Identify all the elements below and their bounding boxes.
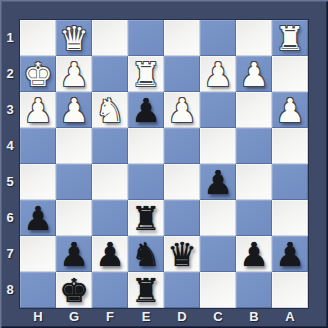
square-c2[interactable]: ♟ (200, 56, 236, 92)
square-b5[interactable] (236, 164, 272, 200)
square-c3[interactable] (200, 92, 236, 128)
square-b4[interactable] (236, 128, 272, 164)
square-b7[interactable]: ♟ (236, 236, 272, 272)
square-d7[interactable]: ♛ (164, 236, 200, 272)
square-d5[interactable] (164, 164, 200, 200)
square-c5[interactable]: ♟ (200, 164, 236, 200)
black-king-icon: ♚ (56, 272, 92, 308)
square-h6[interactable]: ♟ (20, 200, 56, 236)
square-b1[interactable] (236, 20, 272, 56)
square-f6[interactable] (92, 200, 128, 236)
square-f3[interactable]: ♞ (92, 92, 128, 128)
square-g2[interactable]: ♟ (56, 56, 92, 92)
white-pawn-icon: ♟ (200, 56, 236, 92)
square-e2[interactable]: ♜ (128, 56, 164, 92)
white-king-icon: ♚ (20, 56, 56, 92)
file-label-e: E (128, 307, 164, 328)
square-f2[interactable] (92, 56, 128, 92)
rank-label-8: 8 (0, 272, 20, 308)
square-a5[interactable] (272, 164, 308, 200)
square-h3[interactable]: ♟ (20, 92, 56, 128)
square-a1[interactable]: ♜ (272, 20, 308, 56)
square-h4[interactable] (20, 128, 56, 164)
square-e8[interactable]: ♜ (128, 272, 164, 308)
file-labels: HGFEDCBA (20, 307, 308, 328)
square-a7[interactable]: ♟ (272, 236, 308, 272)
square-h2[interactable]: ♚ (20, 56, 56, 92)
square-a3[interactable]: ♟ (272, 92, 308, 128)
square-b3[interactable] (236, 92, 272, 128)
rank-label-6: 6 (0, 200, 20, 236)
square-c1[interactable] (200, 20, 236, 56)
black-pawn-icon: ♟ (236, 236, 272, 272)
square-g5[interactable] (56, 164, 92, 200)
black-rook-icon: ♜ (128, 200, 164, 236)
white-pawn-icon: ♟ (236, 56, 272, 92)
black-pawn-icon: ♟ (272, 236, 308, 272)
white-pawn-icon: ♟ (56, 92, 92, 128)
file-label-b: B (236, 307, 272, 328)
square-g8[interactable]: ♚ (56, 272, 92, 308)
file-label-f: F (92, 307, 128, 328)
rank-labels: 12345678 (0, 20, 20, 308)
white-rook-icon: ♜ (272, 20, 308, 56)
square-f7[interactable]: ♟ (92, 236, 128, 272)
white-pawn-icon: ♟ (56, 56, 92, 92)
square-d6[interactable] (164, 200, 200, 236)
square-g3[interactable]: ♟ (56, 92, 92, 128)
square-c6[interactable] (200, 200, 236, 236)
black-pawn-icon: ♟ (56, 236, 92, 272)
square-h5[interactable] (20, 164, 56, 200)
white-pawn-icon: ♟ (272, 92, 308, 128)
chess-board-frame: 12345678 ♛♜♚♟♜♟♟♟♟♞♟♟♟♟♟♜♟♟♞♛♟♟♚♜ HGFEDC… (0, 0, 328, 328)
square-h7[interactable] (20, 236, 56, 272)
square-c7[interactable] (200, 236, 236, 272)
square-f5[interactable] (92, 164, 128, 200)
file-label-g: G (56, 307, 92, 328)
black-pawn-icon: ♟ (128, 92, 164, 128)
square-e1[interactable] (128, 20, 164, 56)
white-queen-icon: ♛ (56, 20, 92, 56)
rank-label-5: 5 (0, 164, 20, 200)
rank-label-1: 1 (0, 20, 20, 56)
square-g7[interactable]: ♟ (56, 236, 92, 272)
rank-label-2: 2 (0, 56, 20, 92)
square-a4[interactable] (272, 128, 308, 164)
square-g4[interactable] (56, 128, 92, 164)
square-h8[interactable] (20, 272, 56, 308)
black-rook-icon: ♜ (128, 272, 164, 308)
file-label-d: D (164, 307, 200, 328)
white-rook-icon: ♜ (128, 56, 164, 92)
square-e6[interactable]: ♜ (128, 200, 164, 236)
square-d1[interactable] (164, 20, 200, 56)
square-a2[interactable] (272, 56, 308, 92)
white-pawn-icon: ♟ (164, 92, 200, 128)
black-knight-icon: ♞ (128, 236, 164, 272)
black-pawn-icon: ♟ (92, 236, 128, 272)
square-c4[interactable] (200, 128, 236, 164)
square-d4[interactable] (164, 128, 200, 164)
square-e7[interactable]: ♞ (128, 236, 164, 272)
square-e4[interactable] (128, 128, 164, 164)
black-pawn-icon: ♟ (200, 164, 236, 200)
white-knight-icon: ♞ (92, 92, 128, 128)
square-a8[interactable] (272, 272, 308, 308)
square-d8[interactable] (164, 272, 200, 308)
square-a6[interactable] (272, 200, 308, 236)
square-b6[interactable] (236, 200, 272, 236)
square-e5[interactable] (128, 164, 164, 200)
square-d2[interactable] (164, 56, 200, 92)
file-label-h: H (20, 307, 56, 328)
rank-label-3: 3 (0, 92, 20, 128)
square-f4[interactable] (92, 128, 128, 164)
black-queen-icon: ♛ (164, 236, 200, 272)
black-pawn-icon: ♟ (20, 200, 56, 236)
chess-board: ♛♜♚♟♜♟♟♟♟♞♟♟♟♟♟♜♟♟♞♛♟♟♚♜ (20, 20, 308, 308)
square-e3[interactable]: ♟ (128, 92, 164, 128)
square-d3[interactable]: ♟ (164, 92, 200, 128)
rank-label-4: 4 (0, 128, 20, 164)
square-g6[interactable] (56, 200, 92, 236)
square-g1[interactable]: ♛ (56, 20, 92, 56)
square-b8[interactable] (236, 272, 272, 308)
file-label-c: C (200, 307, 236, 328)
file-label-a: A (272, 307, 308, 328)
square-f1[interactable] (92, 20, 128, 56)
square-f8[interactable] (92, 272, 128, 308)
square-b2[interactable]: ♟ (236, 56, 272, 92)
square-c8[interactable] (200, 272, 236, 308)
square-h1[interactable] (20, 20, 56, 56)
white-pawn-icon: ♟ (20, 92, 56, 128)
rank-label-7: 7 (0, 236, 20, 272)
